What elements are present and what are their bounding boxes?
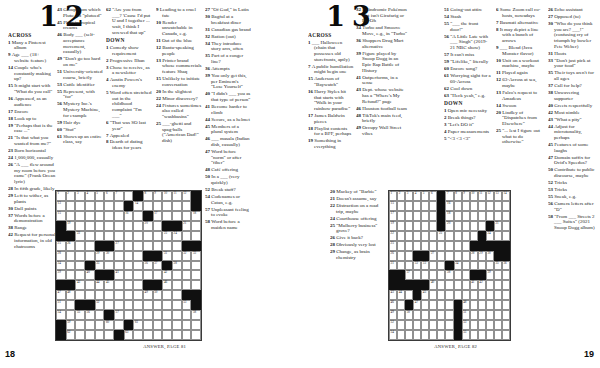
grid-cell[interactable]	[437, 320, 445, 330]
grid-cell[interactable]	[397, 300, 405, 310]
grid-cell[interactable]	[413, 241, 421, 251]
grid-cell[interactable]	[124, 261, 134, 271]
grid-cell[interactable]	[502, 201, 510, 211]
grid-cell[interactable]	[172, 310, 182, 320]
grid-cell[interactable]: 45	[421, 290, 429, 300]
grid-cell[interactable]: 50	[153, 290, 163, 300]
grid-cell[interactable]	[143, 270, 153, 280]
grid-cell[interactable]	[462, 241, 470, 251]
grid-cell[interactable]	[162, 330, 172, 340]
grid-cell[interactable]	[445, 310, 453, 320]
grid-cell[interactable]	[124, 231, 134, 241]
grid-cell[interactable]: 29	[478, 251, 486, 261]
grid-cell[interactable]: 28	[470, 251, 478, 261]
grid-cell[interactable]	[191, 221, 201, 231]
grid-cell[interactable]	[478, 261, 486, 271]
grid-cell[interactable]	[405, 231, 413, 241]
grid-cell[interactable]	[143, 320, 153, 330]
grid-cell[interactable]	[124, 241, 134, 251]
grid-cell[interactable]: 51	[56, 300, 66, 310]
grid-cell[interactable]	[437, 251, 445, 261]
grid-cell[interactable]	[397, 201, 405, 211]
grid-cell[interactable]	[421, 201, 429, 211]
grid-cell[interactable]	[429, 320, 437, 330]
grid-cell[interactable]	[437, 300, 445, 310]
grid-cell[interactable]: 61	[133, 320, 143, 330]
grid-cell[interactable]	[437, 261, 445, 271]
grid-cell[interactable]	[454, 241, 462, 251]
grid-cell[interactable]	[133, 221, 143, 231]
grid-cell[interactable]	[66, 261, 76, 271]
grid-cell[interactable]: 57	[114, 310, 124, 320]
grid-cell[interactable]	[437, 330, 445, 340]
grid-cell[interactable]: 34	[454, 261, 462, 271]
grid-cell[interactable]	[153, 241, 163, 251]
grid-cell[interactable]	[494, 320, 502, 330]
grid-cell[interactable]: 38	[445, 270, 453, 280]
grid-cell[interactable]	[429, 261, 437, 271]
grid-cell[interactable]: 22	[75, 231, 85, 241]
grid-cell[interactable]: 32	[182, 251, 192, 261]
grid-cell[interactable]	[421, 211, 429, 221]
grid-cell[interactable]	[470, 231, 478, 241]
grid-cell[interactable]	[421, 310, 429, 320]
grid-cell[interactable]	[502, 280, 510, 290]
grid-cell[interactable]	[405, 221, 413, 231]
grid-cell[interactable]	[85, 280, 95, 290]
grid-cell[interactable]: 48	[462, 300, 470, 310]
grid-cell[interactable]	[454, 251, 462, 261]
grid-cell[interactable]: 23	[437, 231, 445, 241]
grid-cell[interactable]	[494, 231, 502, 241]
grid-cell[interactable]	[172, 290, 182, 300]
grid-cell[interactable]	[397, 261, 405, 271]
grid-cell[interactable]	[462, 231, 470, 241]
grid-cell[interactable]: 43	[75, 280, 85, 290]
grid-cell[interactable]: 14	[502, 191, 510, 201]
grid-cell[interactable]: 16	[124, 211, 134, 221]
grid-cell[interactable]	[182, 280, 192, 290]
grid-cell[interactable]	[397, 211, 405, 221]
grid-cell[interactable]	[75, 261, 85, 271]
grid-cell[interactable]	[114, 211, 124, 221]
grid-cell[interactable]: 51	[462, 310, 470, 320]
grid-cell[interactable]	[429, 290, 437, 300]
grid-cell[interactable]	[445, 241, 453, 251]
grid-cell[interactable]	[191, 320, 201, 330]
grid-cell[interactable]	[454, 270, 462, 280]
grid-cell[interactable]: 12	[486, 191, 494, 201]
grid-cell[interactable]	[182, 261, 192, 271]
grid-cell[interactable]	[421, 320, 429, 330]
grid-cell[interactable]	[104, 201, 114, 211]
grid-cell[interactable]: 45	[104, 280, 114, 290]
grid-cell[interactable]	[133, 270, 143, 280]
grid-cell[interactable]	[133, 251, 143, 261]
grid-cell[interactable]	[143, 300, 153, 310]
grid-cell[interactable]	[85, 211, 95, 221]
grid-cell[interactable]	[494, 310, 502, 320]
grid-cell[interactable]: 21	[182, 221, 192, 231]
grid-cell[interactable]	[397, 251, 405, 261]
grid-cell[interactable]: 3	[75, 191, 85, 201]
grid-cell[interactable]: 36	[502, 261, 510, 271]
grid-cell[interactable]: 41	[114, 270, 124, 280]
grid-cell[interactable]	[172, 280, 182, 290]
grid-cell[interactable]	[162, 320, 172, 330]
grid-cell[interactable]: 63	[124, 330, 134, 340]
grid-cell[interactable]	[85, 241, 95, 251]
grid-cell[interactable]	[413, 330, 421, 340]
grid-cell[interactable]	[478, 320, 486, 330]
grid-cell[interactable]	[494, 211, 502, 221]
grid-cell[interactable]	[85, 320, 95, 330]
grid-cell[interactable]	[405, 211, 413, 221]
grid-cell[interactable]: 27	[114, 241, 124, 251]
grid-cell[interactable]	[405, 330, 413, 340]
grid-cell[interactable]	[124, 221, 134, 231]
grid-cell[interactable]	[478, 300, 486, 310]
grid-cell[interactable]	[397, 330, 405, 340]
grid-cell[interactable]: 33	[421, 261, 429, 271]
grid-cell[interactable]	[182, 270, 192, 280]
grid-cell[interactable]	[486, 290, 494, 300]
grid-cell[interactable]	[75, 221, 85, 231]
grid-cell[interactable]	[104, 330, 114, 340]
grid-cell[interactable]	[114, 320, 124, 330]
grid-cell[interactable]	[182, 310, 192, 320]
grid-cell[interactable]: 5	[95, 191, 105, 201]
grid-cell[interactable]	[494, 201, 502, 211]
grid-cell[interactable]	[66, 270, 76, 280]
grid-cell[interactable]: 1	[56, 191, 66, 201]
grid-cell[interactable]	[133, 330, 143, 340]
grid-cell[interactable]	[462, 280, 470, 290]
grid-cell[interactable]	[66, 201, 76, 211]
grid-cell[interactable]: 25	[56, 241, 66, 251]
grid-cell[interactable]: 20	[445, 221, 453, 231]
grid-cell[interactable]: 55	[75, 310, 85, 320]
grid-cell[interactable]: 31	[389, 261, 397, 271]
grid-cell[interactable]	[502, 310, 510, 320]
grid-cell[interactable]: 13	[56, 201, 66, 211]
grid-cell[interactable]	[445, 330, 453, 340]
grid-cell[interactable]: 54	[56, 310, 66, 320]
grid-cell[interactable]	[85, 201, 95, 211]
grid-cell[interactable]: 8	[143, 191, 153, 201]
grid-cell[interactable]	[454, 221, 462, 231]
grid-cell[interactable]	[429, 231, 437, 241]
grid-cell[interactable]	[114, 201, 124, 211]
grid-cell[interactable]	[421, 221, 429, 231]
grid-cell[interactable]: 49	[389, 310, 397, 320]
grid-cell[interactable]	[397, 310, 405, 320]
grid-cell[interactable]: 17	[153, 211, 163, 221]
grid-cell[interactable]	[494, 270, 502, 280]
grid-cell[interactable]	[486, 201, 494, 211]
grid-cell[interactable]: 21	[494, 221, 502, 231]
grid-cell[interactable]	[502, 231, 510, 241]
grid-cell[interactable]	[413, 320, 421, 330]
grid-cell[interactable]	[191, 330, 201, 340]
grid-cell[interactable]	[502, 270, 510, 280]
grid-cell[interactable]	[405, 201, 413, 211]
grid-cell[interactable]	[104, 290, 114, 300]
grid-cell[interactable]	[454, 280, 462, 290]
grid-cell[interactable]: 36	[143, 261, 153, 271]
grid-cell[interactable]: 16	[445, 201, 453, 211]
grid-cell[interactable]	[494, 290, 502, 300]
grid-cell[interactable]: 50	[405, 310, 413, 320]
grid-cell[interactable]	[494, 280, 502, 290]
grid-cell[interactable]	[486, 310, 494, 320]
grid-cell[interactable]	[172, 270, 182, 280]
grid-cell[interactable]	[470, 320, 478, 330]
grid-cell[interactable]	[486, 280, 494, 290]
grid-cell[interactable]	[397, 231, 405, 241]
grid-cell[interactable]	[153, 330, 163, 340]
grid-cell[interactable]	[182, 201, 192, 211]
grid-cell[interactable]	[114, 261, 124, 271]
grid-cell[interactable]: 35	[494, 261, 502, 271]
grid-cell[interactable]	[95, 211, 105, 221]
grid-cell[interactable]: 43	[389, 290, 397, 300]
grid-cell[interactable]	[470, 300, 478, 310]
grid-cell[interactable]	[462, 211, 470, 221]
grid-cell[interactable]: 55	[462, 330, 470, 340]
grid-cell[interactable]	[153, 270, 163, 280]
grid-cell[interactable]: 25	[389, 241, 397, 251]
grid-cell[interactable]	[133, 231, 143, 241]
grid-cell[interactable]: 52	[389, 320, 397, 330]
grid-cell[interactable]	[413, 310, 421, 320]
grid-cell[interactable]	[405, 320, 413, 330]
grid-cell[interactable]: 47	[413, 300, 421, 310]
grid-cell[interactable]	[172, 211, 182, 221]
grid-cell[interactable]	[445, 290, 453, 300]
grid-cell[interactable]: 37	[153, 261, 163, 271]
grid-cell[interactable]	[191, 270, 201, 280]
grid-cell[interactable]	[162, 241, 172, 251]
grid-cell[interactable]	[153, 310, 163, 320]
grid-cell[interactable]	[114, 221, 124, 231]
grid-cell[interactable]: 30	[486, 251, 494, 261]
grid-cell[interactable]	[405, 241, 413, 251]
grid-cell[interactable]: 24	[486, 231, 494, 241]
grid-cell[interactable]	[502, 211, 510, 221]
grid-cell[interactable]: 47	[56, 290, 66, 300]
grid-cell[interactable]: 62	[66, 330, 76, 340]
grid-cell[interactable]	[95, 231, 105, 241]
grid-cell[interactable]: 37	[405, 270, 413, 280]
grid-cell[interactable]	[75, 241, 85, 251]
grid-cell[interactable]	[114, 300, 124, 310]
grid-cell[interactable]	[421, 330, 429, 340]
grid-cell[interactable]	[85, 221, 95, 231]
grid-cell[interactable]: 33	[191, 251, 201, 261]
grid-cell[interactable]: 44	[95, 280, 105, 290]
grid-cell[interactable]	[162, 310, 172, 320]
grid-cell[interactable]: 32	[413, 261, 421, 271]
grid-cell[interactable]	[182, 320, 192, 330]
grid-cell[interactable]	[153, 201, 163, 211]
grid-cell[interactable]	[437, 290, 445, 300]
grid-cell[interactable]	[462, 261, 470, 271]
grid-cell[interactable]	[172, 330, 182, 340]
grid-cell[interactable]	[104, 221, 114, 231]
grid-cell[interactable]	[182, 211, 192, 221]
grid-cell[interactable]	[437, 241, 445, 251]
grid-cell[interactable]	[153, 231, 163, 241]
grid-cell[interactable]	[133, 290, 143, 300]
grid-cell[interactable]	[172, 241, 182, 251]
grid-cell[interactable]: 15	[56, 211, 66, 221]
grid-cell[interactable]	[421, 270, 429, 280]
grid-cell[interactable]: 17	[389, 211, 397, 221]
grid-cell[interactable]	[162, 211, 172, 221]
grid-cell[interactable]	[95, 221, 105, 231]
grid-cell[interactable]	[486, 261, 494, 271]
grid-cell[interactable]	[445, 280, 453, 290]
grid-cell[interactable]: 15	[389, 201, 397, 211]
grid-cell[interactable]: 42	[162, 270, 172, 280]
grid-cell[interactable]	[437, 270, 445, 280]
grid-cell[interactable]	[133, 300, 143, 310]
grid-cell[interactable]: 19	[66, 221, 76, 231]
grid-cell[interactable]	[462, 290, 470, 300]
grid-cell[interactable]	[470, 310, 478, 320]
grid-cell[interactable]: 40	[429, 280, 437, 290]
grid-cell[interactable]	[454, 201, 462, 211]
grid-cell[interactable]: 8	[454, 191, 462, 201]
grid-cell[interactable]: 26	[66, 241, 76, 251]
grid-cell[interactable]	[429, 211, 437, 221]
grid-cell[interactable]	[133, 241, 143, 251]
grid-cell[interactable]	[462, 221, 470, 231]
grid-cell[interactable]	[445, 300, 453, 310]
grid-cell[interactable]	[95, 320, 105, 330]
grid-cell[interactable]: 40	[85, 270, 95, 280]
grid-cell[interactable]	[85, 330, 95, 340]
grid-cell[interactable]: 46	[389, 300, 397, 310]
grid-cell[interactable]	[153, 221, 163, 231]
grid-cell[interactable]: 49	[143, 290, 153, 300]
grid-cell[interactable]	[153, 320, 163, 330]
grid-cell[interactable]: 30	[104, 251, 114, 261]
grid-cell[interactable]	[502, 320, 510, 330]
grid-cell[interactable]	[143, 241, 153, 251]
grid-cell[interactable]	[66, 211, 76, 221]
grid-cell[interactable]: 11	[172, 191, 182, 201]
grid-cell[interactable]: 53	[462, 320, 470, 330]
grid-cell[interactable]	[429, 300, 437, 310]
grid-cell[interactable]	[182, 231, 192, 241]
grid-cell[interactable]: 24	[172, 231, 182, 241]
grid-cell[interactable]	[124, 270, 134, 280]
grid-cell[interactable]	[454, 290, 462, 300]
grid-cell[interactable]	[486, 320, 494, 330]
grid-cell[interactable]	[75, 201, 85, 211]
grid-cell[interactable]	[104, 300, 114, 310]
grid-cell[interactable]: 28	[56, 251, 66, 261]
grid-cell[interactable]: 19	[389, 221, 397, 231]
grid-cell[interactable]: 27	[429, 251, 437, 261]
grid-cell[interactable]	[470, 330, 478, 340]
grid-cell[interactable]: 10	[162, 191, 172, 201]
grid-cell[interactable]: 11	[478, 191, 486, 201]
grid-cell[interactable]: 35	[95, 261, 105, 271]
grid-cell[interactable]	[124, 251, 134, 261]
grid-cell[interactable]: 23	[162, 231, 172, 241]
grid-cell[interactable]	[162, 290, 172, 300]
grid-cell[interactable]	[421, 231, 429, 241]
grid-cell[interactable]	[502, 300, 510, 310]
grid-cell[interactable]	[104, 231, 114, 241]
grid-cell[interactable]	[133, 211, 143, 221]
grid-cell[interactable]	[143, 310, 153, 320]
grid-cell[interactable]: 18	[191, 211, 201, 221]
grid-cell[interactable]	[114, 251, 124, 261]
grid-cell[interactable]	[502, 330, 510, 340]
grid-cell[interactable]: 58	[191, 310, 201, 320]
grid-cell[interactable]: 6	[104, 191, 114, 201]
grid-cell[interactable]: 22	[389, 231, 397, 241]
grid-cell[interactable]	[124, 191, 134, 201]
grid-cell[interactable]	[191, 231, 201, 241]
grid-cell[interactable]	[470, 290, 478, 300]
grid-cell[interactable]	[162, 300, 172, 310]
grid-cell[interactable]	[413, 270, 421, 280]
grid-cell[interactable]	[95, 290, 105, 300]
grid-cell[interactable]: 34	[56, 261, 66, 271]
grid-cell[interactable]: 9	[462, 191, 470, 201]
grid-cell[interactable]	[124, 300, 134, 310]
grid-cell[interactable]: 6	[429, 191, 437, 201]
grid-cell[interactable]	[421, 300, 429, 310]
grid-cell[interactable]: 1	[389, 191, 397, 201]
grid-cell[interactable]	[478, 201, 486, 211]
grid-cell[interactable]	[502, 221, 510, 231]
grid-cell[interactable]	[133, 261, 143, 271]
grid-cell[interactable]	[114, 280, 124, 290]
grid-cell[interactable]: 29	[95, 251, 105, 261]
grid-cell[interactable]	[66, 300, 76, 310]
grid-cell[interactable]	[445, 231, 453, 241]
grid-cell[interactable]	[429, 270, 437, 280]
grid-cell[interactable]	[143, 231, 153, 241]
grid-cell[interactable]	[75, 330, 85, 340]
grid-cell[interactable]	[462, 251, 470, 261]
grid-cell[interactable]	[405, 290, 413, 300]
grid-cell[interactable]: 13	[494, 191, 502, 201]
grid-cell[interactable]: 39	[56, 270, 66, 280]
grid-cell[interactable]	[478, 221, 486, 231]
grid-cell[interactable]	[153, 300, 163, 310]
grid-cell[interactable]	[85, 251, 95, 261]
grid-cell[interactable]	[429, 201, 437, 211]
grid-cell[interactable]	[429, 241, 437, 251]
grid-cell[interactable]: 12	[182, 191, 192, 201]
grid-cell[interactable]: 2	[66, 191, 76, 201]
grid-cell[interactable]	[470, 201, 478, 211]
grid-cell[interactable]	[454, 211, 462, 221]
grid-cell[interactable]	[172, 300, 182, 310]
grid-cell[interactable]	[486, 300, 494, 310]
grid-cell[interactable]	[75, 320, 85, 330]
grid-cell[interactable]	[95, 330, 105, 340]
grid-cell[interactable]	[405, 251, 413, 261]
grid-cell[interactable]	[429, 310, 437, 320]
